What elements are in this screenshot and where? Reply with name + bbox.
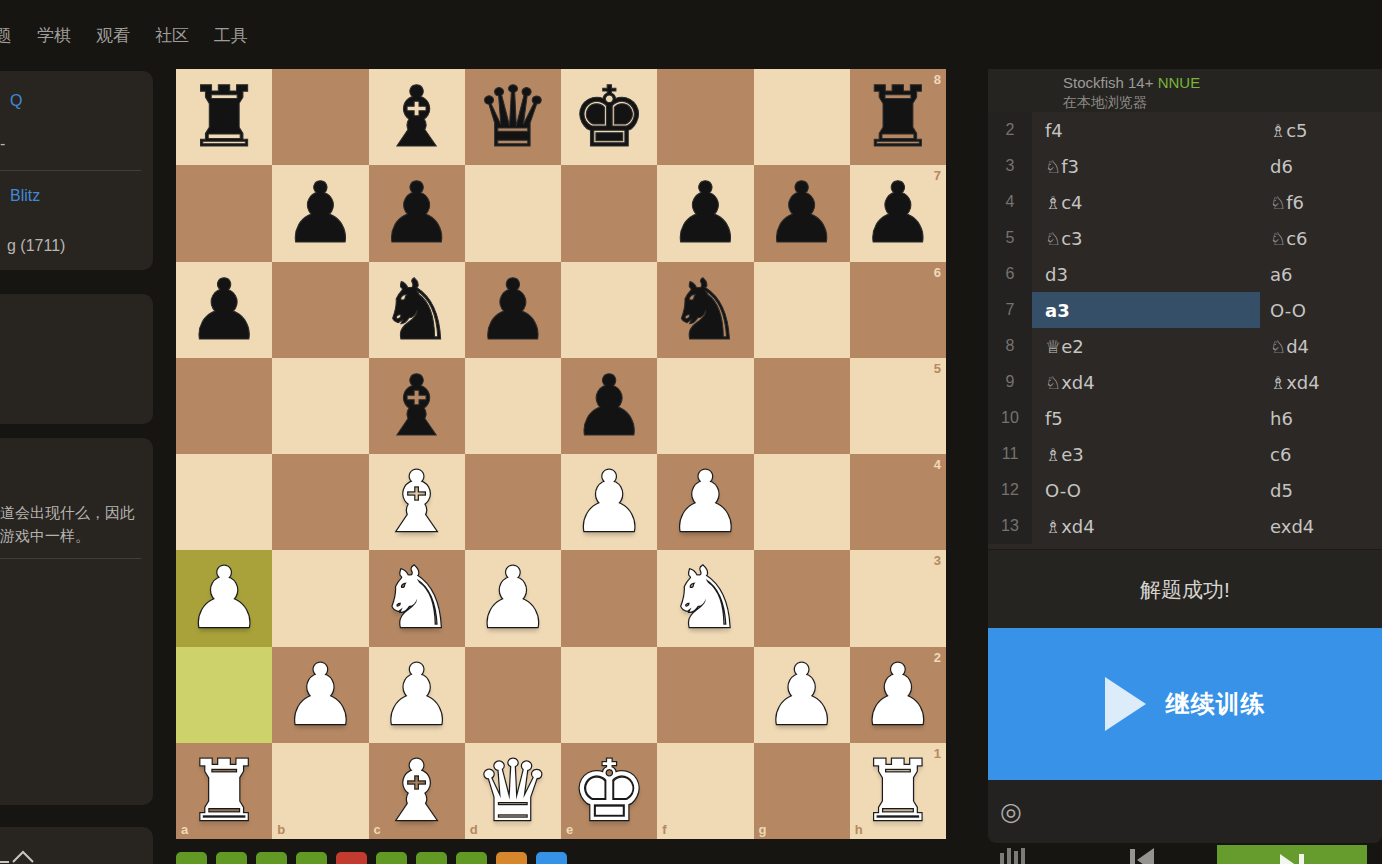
black-knight[interactable]: ♞ — [379, 262, 454, 358]
square-e1[interactable]: ♚e — [561, 743, 657, 839]
square-d4[interactable] — [465, 454, 561, 550]
square-c6[interactable]: ♞ — [369, 262, 465, 358]
square-h5[interactable]: 5 — [850, 358, 946, 454]
black-move[interactable]: d5 — [1260, 472, 1382, 508]
rank-label: 1 — [934, 746, 941, 761]
move-row: 3♘f3d6 — [988, 148, 1382, 184]
white-knight[interactable]: ♞ — [668, 550, 743, 646]
square-c4[interactable]: ♝ — [369, 454, 465, 550]
move-number: 8 — [988, 328, 1032, 364]
white-rook[interactable]: ♜ — [860, 743, 935, 839]
square-b3[interactable] — [272, 550, 368, 646]
history-item[interactable] — [536, 852, 567, 864]
square-d5[interactable] — [465, 358, 561, 454]
rank-label: 2 — [934, 650, 941, 665]
black-move[interactable]: O-O — [1260, 292, 1382, 328]
square-a6[interactable]: ♟ — [176, 262, 272, 358]
move-number: 11 — [988, 436, 1032, 472]
history-item[interactable] — [456, 852, 487, 864]
move-number: 9 — [988, 364, 1032, 400]
move-row: 6d3a6 — [988, 256, 1382, 292]
white-pawn[interactable]: ♟ — [571, 454, 646, 550]
square-f4[interactable]: ♟ — [657, 454, 753, 550]
black-move[interactable]: ♘d4 — [1260, 328, 1382, 364]
square-g1[interactable]: g — [754, 743, 850, 839]
black-pawn[interactable]: ♟ — [186, 262, 261, 358]
white-rook[interactable]: ♜ — [186, 743, 261, 839]
black-pawn[interactable]: ♟ — [475, 262, 550, 358]
move-row: 5♘c3♘c6 — [988, 220, 1382, 256]
history-item[interactable] — [376, 852, 407, 864]
white-king[interactable]: ♚ — [571, 743, 646, 839]
square-h6[interactable]: 6 — [850, 262, 946, 358]
move-row: 12O-Od5 — [988, 472, 1382, 508]
square-f5[interactable] — [657, 358, 753, 454]
black-king[interactable]: ♚ — [571, 69, 646, 165]
black-move[interactable]: a6 — [1260, 256, 1382, 292]
file-label: b — [277, 822, 285, 837]
puzzle-history-strip — [176, 852, 567, 864]
play-icon — [1105, 677, 1146, 731]
black-rook[interactable]: ♜ — [860, 69, 935, 165]
status-message: 解题成功! — [1140, 576, 1230, 604]
black-knight[interactable]: ♞ — [668, 262, 743, 358]
square-g3[interactable] — [754, 550, 850, 646]
square-b6[interactable] — [272, 262, 368, 358]
square-a7[interactable] — [176, 165, 272, 261]
engine-location: 在本地浏览器 — [1063, 94, 1147, 112]
white-pawn[interactable]: ♟ — [186, 550, 261, 646]
square-e8[interactable]: ♚ — [561, 69, 657, 165]
history-item[interactable] — [296, 852, 327, 864]
black-pawn[interactable]: ♟ — [283, 165, 358, 261]
move-row: 7a3O-O — [988, 292, 1382, 328]
square-g7[interactable]: ♟ — [754, 165, 850, 261]
history-item[interactable] — [176, 852, 207, 864]
file-label: h — [855, 822, 863, 837]
nav-item-learn[interactable]: 学棋 — [37, 24, 71, 47]
continue-training-button[interactable]: 继续训练 — [988, 628, 1382, 780]
square-a1[interactable]: ♜a — [176, 743, 272, 839]
move-number: 3 — [988, 148, 1032, 184]
square-e2[interactable] — [561, 647, 657, 743]
history-item[interactable] — [216, 852, 247, 864]
continue-training-label: 继续训练 — [1166, 688, 1266, 720]
square-f6[interactable]: ♞ — [657, 262, 753, 358]
square-h7[interactable]: ♟7 — [850, 165, 946, 261]
white-move[interactable]: O-O — [1032, 472, 1260, 508]
square-f8[interactable] — [657, 69, 753, 165]
move-number: 2 — [988, 112, 1032, 148]
file-label: e — [566, 822, 573, 837]
square-g2[interactable]: ♟ — [754, 647, 850, 743]
puzzle-panel: Stockfish 14+ NNUE 在本地浏览器 2f4♗c53♘f3d64♗… — [988, 69, 1382, 843]
white-move[interactable]: a3 — [1032, 292, 1260, 328]
white-move[interactable]: f5 — [1032, 400, 1260, 436]
square-a5[interactable] — [176, 358, 272, 454]
square-a2[interactable] — [176, 647, 272, 743]
square-e7[interactable] — [561, 165, 657, 261]
black-pawn[interactable]: ♟ — [571, 358, 646, 454]
move-number: 13 — [988, 508, 1032, 544]
move-number: 12 — [988, 472, 1032, 508]
rank-label: 4 — [934, 457, 941, 472]
status-bar: 解题成功! — [988, 549, 1382, 629]
square-a4[interactable] — [176, 454, 272, 550]
white-bishop[interactable]: ♝ — [379, 454, 454, 550]
move-row: 11♗e3c6 — [988, 436, 1382, 472]
move-list: 2f4♗c53♘f3d64♗c4♘f65♘c3♘c66d3a67a3O-O8♕e… — [988, 112, 1382, 549]
black-move[interactable]: h6 — [1260, 400, 1382, 436]
square-g4[interactable] — [754, 454, 850, 550]
square-f7[interactable]: ♟ — [657, 165, 753, 261]
black-pawn[interactable]: ♟ — [860, 165, 935, 261]
nav-item-tools[interactable]: 工具 — [214, 24, 248, 47]
file-label: c — [374, 822, 381, 837]
player-rating: g (1711) — [7, 237, 65, 255]
square-g6[interactable] — [754, 262, 850, 358]
square-d6[interactable]: ♟ — [465, 262, 561, 358]
description-card: 道会出现什么，因此 游戏中一样。 — [0, 438, 153, 805]
white-move[interactable]: f4 — [1032, 112, 1260, 148]
square-d1[interactable]: ♛d — [465, 743, 561, 839]
move-row: 13♗xd4exd4 — [988, 508, 1382, 544]
puzzle-meta-text: - — [0, 135, 5, 153]
divider — [0, 558, 141, 559]
panel-footer: ◎ — [988, 780, 1382, 843]
move-number: 10 — [988, 400, 1032, 436]
black-bishop[interactable]: ♝ — [379, 358, 454, 454]
white-pawn[interactable]: ♟ — [668, 454, 743, 550]
square-b7[interactable]: ♟ — [272, 165, 368, 261]
square-c3[interactable]: ♞ — [369, 550, 465, 646]
square-c7[interactable]: ♟ — [369, 165, 465, 261]
chess-board[interactable]: ♜♝♛♚♜8♟♟♟♟♟7♟♞♟♞6♝♟5♝♟♟4♟♞♟♞3♟♟♟♟2♜ab♝c♛… — [176, 69, 946, 839]
white-move[interactable]: ♘f3 — [1032, 148, 1260, 184]
square-h8[interactable]: ♜8 — [850, 69, 946, 165]
chevron-up-icon[interactable] — [0, 849, 40, 864]
move-row: 9♘xd4♗xd4 — [988, 364, 1382, 400]
file-label: f — [662, 822, 666, 837]
square-a8[interactable]: ♜ — [176, 69, 272, 165]
white-move[interactable]: ♕e2 — [1032, 328, 1260, 364]
divider — [0, 170, 141, 171]
black-rook[interactable]: ♜ — [186, 69, 261, 165]
nav-item-community[interactable]: 社区 — [155, 24, 189, 47]
file-label: d — [470, 822, 478, 837]
black-move[interactable]: ♘f6 — [1260, 184, 1382, 220]
target-icon[interactable]: ◎ — [1000, 797, 1022, 826]
engine-header[interactable]: Stockfish 14+ NNUE 在本地浏览器 — [988, 69, 1382, 112]
black-move[interactable]: ♘c6 — [1260, 220, 1382, 256]
move-number: 5 — [988, 220, 1032, 256]
engine-name: Stockfish 14+ NNUE — [1063, 74, 1200, 91]
white-bishop[interactable]: ♝ — [379, 743, 454, 839]
puzzle-info-card: Q - Blitz g (1711) — [0, 71, 153, 270]
black-move[interactable]: c6 — [1260, 436, 1382, 472]
square-h2[interactable]: ♟2 — [850, 647, 946, 743]
square-h1[interactable]: ♜1h — [850, 743, 946, 839]
rank-label: 8 — [934, 72, 941, 87]
puzzle-description: 道会出现什么，因此 游戏中一样。 — [0, 501, 135, 547]
file-label: a — [181, 822, 188, 837]
empty-card — [0, 294, 153, 424]
white-pawn[interactable]: ♟ — [379, 647, 454, 743]
black-move[interactable]: exd4 — [1260, 508, 1382, 544]
square-d2[interactable] — [465, 647, 561, 743]
move-row: 8♕e2♘d4 — [988, 328, 1382, 364]
black-pawn[interactable]: ♟ — [668, 165, 743, 261]
file-label: g — [759, 822, 767, 837]
square-g8[interactable] — [754, 69, 850, 165]
black-move[interactable]: d6 — [1260, 148, 1382, 184]
square-g5[interactable] — [754, 358, 850, 454]
square-b4[interactable] — [272, 454, 368, 550]
square-c1[interactable]: ♝c — [369, 743, 465, 839]
square-f3[interactable]: ♞ — [657, 550, 753, 646]
square-e3[interactable] — [561, 550, 657, 646]
puzzle-id-link[interactable]: Q — [10, 92, 22, 110]
rank-label: 5 — [934, 361, 941, 376]
move-row: 10f5h6 — [988, 400, 1382, 436]
square-a3[interactable]: ♟ — [176, 550, 272, 646]
next-move-button[interactable] — [1217, 845, 1367, 864]
white-move[interactable]: ♗c4 — [1032, 184, 1260, 220]
white-knight[interactable]: ♞ — [379, 550, 454, 646]
square-c8[interactable]: ♝ — [369, 69, 465, 165]
nav-item-watch[interactable]: 观看 — [96, 24, 130, 47]
black-pawn[interactable]: ♟ — [764, 165, 839, 261]
rank-label: 7 — [934, 168, 941, 183]
square-b8[interactable] — [272, 69, 368, 165]
square-e4[interactable]: ♟ — [561, 454, 657, 550]
rank-label: 3 — [934, 553, 941, 568]
move-row: 4♗c4♘f6 — [988, 184, 1382, 220]
white-pawn[interactable]: ♟ — [764, 647, 839, 743]
square-f1[interactable]: f — [657, 743, 753, 839]
history-item[interactable] — [336, 852, 367, 864]
square-b1[interactable]: b — [272, 743, 368, 839]
square-b5[interactable] — [272, 358, 368, 454]
top-nav: 题 学棋 观看 社区 工具 — [0, 0, 248, 64]
white-move[interactable]: d3 — [1032, 256, 1260, 292]
black-move[interactable]: ♗c5 — [1260, 112, 1382, 148]
history-item[interactable] — [256, 852, 287, 864]
nav-item-puzzles[interactable]: 题 — [0, 24, 12, 47]
move-number: 7 — [988, 292, 1032, 328]
rank-label: 6 — [934, 265, 941, 280]
history-item[interactable] — [416, 852, 447, 864]
menu-icon[interactable] — [1000, 848, 1025, 864]
move-number: 6 — [988, 256, 1032, 292]
square-f2[interactable] — [657, 647, 753, 743]
move-number: 4 — [988, 184, 1032, 220]
white-queen[interactable]: ♛ — [475, 743, 550, 839]
square-e5[interactable]: ♟ — [561, 358, 657, 454]
square-h4[interactable]: 4 — [850, 454, 946, 550]
black-move[interactable]: ♗xd4 — [1260, 364, 1382, 400]
white-pawn[interactable]: ♟ — [860, 647, 935, 743]
white-move[interactable]: ♘xd4 — [1032, 364, 1260, 400]
white-move[interactable]: ♗xd4 — [1032, 508, 1260, 544]
prev-move-icon[interactable] — [1130, 848, 1154, 864]
square-e6[interactable] — [561, 262, 657, 358]
white-move[interactable]: ♗e3 — [1032, 436, 1260, 472]
square-d7[interactable] — [465, 165, 561, 261]
white-pawn[interactable]: ♟ — [475, 550, 550, 646]
square-d3[interactable]: ♟ — [465, 550, 561, 646]
black-bishop[interactable]: ♝ — [379, 69, 454, 165]
square-c2[interactable]: ♟ — [369, 647, 465, 743]
white-pawn[interactable]: ♟ — [283, 647, 358, 743]
black-pawn[interactable]: ♟ — [379, 165, 454, 261]
white-move[interactable]: ♘c3 — [1032, 220, 1260, 256]
square-h3[interactable]: 3 — [850, 550, 946, 646]
move-row: 2f4♗c5 — [988, 112, 1382, 148]
square-c5[interactable]: ♝ — [369, 358, 465, 454]
black-queen[interactable]: ♛ — [475, 69, 550, 165]
square-d8[interactable]: ♛ — [465, 69, 561, 165]
nnue-badge: NNUE — [1158, 74, 1201, 91]
time-control-link[interactable]: Blitz — [10, 187, 40, 205]
square-b2[interactable]: ♟ — [272, 647, 368, 743]
history-item[interactable] — [496, 852, 527, 864]
